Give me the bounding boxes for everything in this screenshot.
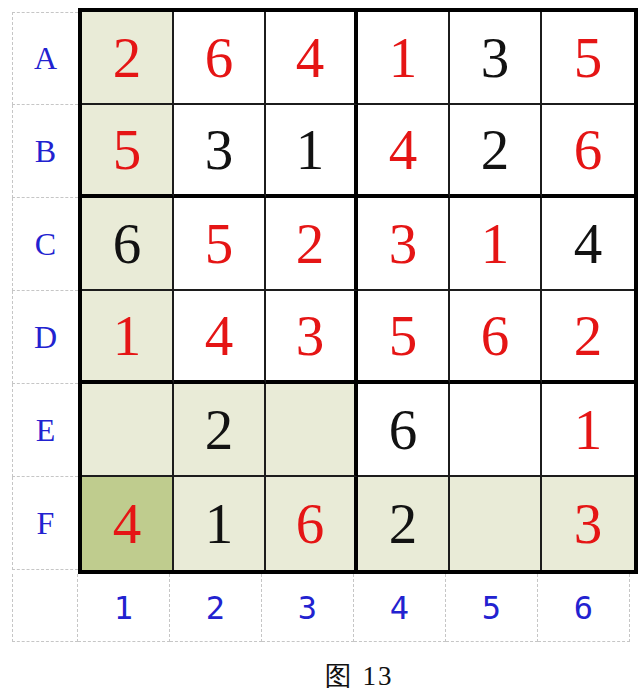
- cell-C6[interactable]: 4: [542, 198, 634, 291]
- cell-B4[interactable]: 4: [358, 105, 450, 198]
- column-labels-spacer: [12, 574, 78, 642]
- cell-D4[interactable]: 5: [358, 291, 450, 384]
- cell-C5[interactable]: 1: [450, 198, 542, 291]
- cell-F2[interactable]: 1: [174, 477, 266, 570]
- row-label-E: E: [12, 384, 78, 477]
- cell-F3[interactable]: 6: [266, 477, 358, 570]
- cell-A6[interactable]: 5: [542, 12, 634, 105]
- cell-E5[interactable]: [450, 384, 542, 477]
- cell-A3[interactable]: 4: [266, 12, 358, 105]
- cell-E2[interactable]: 2: [174, 384, 266, 477]
- cell-C3[interactable]: 2: [266, 198, 358, 291]
- cell-C1[interactable]: 6: [82, 198, 174, 291]
- cell-D2[interactable]: 4: [174, 291, 266, 384]
- cell-A1[interactable]: 2: [82, 12, 174, 105]
- board-with-row-labels: ABCDEF 26413553142665231414356226141623: [0, 0, 640, 574]
- cell-C2[interactable]: 5: [174, 198, 266, 291]
- cell-D1[interactable]: 1: [82, 291, 174, 384]
- cell-B1[interactable]: 5: [82, 105, 174, 198]
- cell-E4[interactable]: 6: [358, 384, 450, 477]
- cell-E1[interactable]: [82, 384, 174, 477]
- column-labels: 123456: [12, 574, 640, 642]
- sudoku-figure: ABCDEF 26413553142665231414356226141623 …: [0, 0, 640, 695]
- row-labels: ABCDEF: [12, 8, 78, 574]
- cell-D6[interactable]: 2: [542, 291, 634, 384]
- cell-D5[interactable]: 6: [450, 291, 542, 384]
- cell-D3[interactable]: 3: [266, 291, 358, 384]
- cell-B6[interactable]: 6: [542, 105, 634, 198]
- cell-B2[interactable]: 3: [174, 105, 266, 198]
- cell-A2[interactable]: 6: [174, 12, 266, 105]
- sudoku-board: 26413553142665231414356226141623: [78, 8, 638, 574]
- col-label-1: 1: [78, 574, 170, 642]
- cell-E3[interactable]: [266, 384, 358, 477]
- col-label-5: 5: [446, 574, 538, 642]
- row-label-C: C: [12, 198, 78, 291]
- cell-B3[interactable]: 1: [266, 105, 358, 198]
- row-label-D: D: [12, 291, 78, 384]
- cell-C4[interactable]: 3: [358, 198, 450, 291]
- caption-row: 图 13: [78, 658, 640, 694]
- col-label-2: 2: [170, 574, 262, 642]
- cell-F4[interactable]: 2: [358, 477, 450, 570]
- cell-F6[interactable]: 3: [542, 477, 634, 570]
- col-label-6: 6: [538, 574, 630, 642]
- row-label-F: F: [12, 477, 78, 570]
- cell-A5[interactable]: 3: [450, 12, 542, 105]
- figure-caption: 图 13: [325, 661, 394, 691]
- col-label-3: 3: [262, 574, 354, 642]
- cell-A4[interactable]: 1: [358, 12, 450, 105]
- cell-E6[interactable]: 1: [542, 384, 634, 477]
- cell-B5[interactable]: 2: [450, 105, 542, 198]
- cell-F1[interactable]: 4: [82, 477, 174, 570]
- row-label-A: A: [12, 12, 78, 105]
- col-label-4: 4: [354, 574, 446, 642]
- row-label-B: B: [12, 105, 78, 198]
- cell-F5[interactable]: [450, 477, 542, 570]
